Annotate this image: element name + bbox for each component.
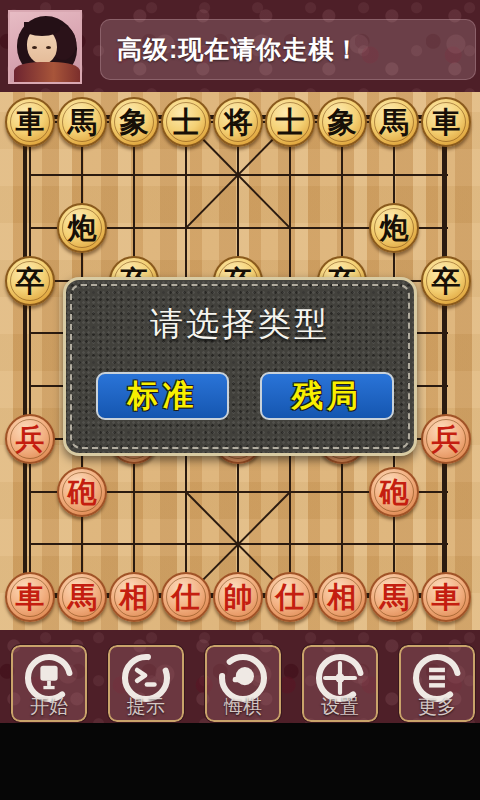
standard-mode-label: 标准 [128, 375, 198, 417]
hint-button[interactable]: 提示 [108, 645, 184, 722]
start-button[interactable]: 开始 [11, 645, 87, 722]
piece-black-horse[interactable]: 馬 [369, 97, 419, 147]
piece-red-general[interactable]: 帥 [213, 572, 263, 622]
settings-button[interactable]: 设置 [302, 645, 378, 722]
status-message: 高级:现在请你走棋！ [101, 33, 360, 66]
status-message-bubble: 高级:现在请你走棋！ [100, 19, 476, 80]
piece-red-advisor[interactable]: 仕 [265, 572, 315, 622]
avatar-eye [32, 46, 37, 49]
type-select-dialog: 请选择类型 标准 残局 [63, 277, 417, 456]
piece-black-cannon[interactable]: 炮 [369, 203, 419, 253]
piece-red-chariot[interactable]: 車 [5, 572, 55, 622]
undo-label: 悔棋 [207, 694, 279, 720]
piece-red-chariot[interactable]: 車 [421, 572, 471, 622]
avatar-clothing [14, 62, 80, 84]
endgame-mode-button[interactable]: 残局 [260, 372, 394, 420]
piece-red-cannon[interactable]: 砲 [369, 467, 419, 517]
piece-red-advisor[interactable]: 仕 [161, 572, 211, 622]
piece-black-elephant[interactable]: 象 [109, 97, 159, 147]
piece-black-general[interactable]: 将 [213, 97, 263, 147]
piece-black-horse[interactable]: 馬 [57, 97, 107, 147]
piece-black-advisor[interactable]: 士 [265, 97, 315, 147]
piece-black-advisor[interactable]: 士 [161, 97, 211, 147]
piece-black-soldier[interactable]: 卒 [5, 256, 55, 306]
undo-button[interactable]: 悔棋 [205, 645, 281, 722]
dialog-title: 请选择类型 [66, 302, 414, 347]
start-label: 开始 [13, 694, 85, 720]
piece-red-horse[interactable]: 馬 [57, 572, 107, 622]
more-label: 更多 [401, 694, 473, 720]
piece-red-soldier[interactable]: 兵 [5, 414, 55, 464]
hint-label: 提示 [110, 694, 182, 720]
file-line [445, 122, 447, 597]
piece-red-elephant[interactable]: 相 [317, 572, 367, 622]
avatar-eye [46, 46, 51, 49]
piece-black-soldier[interactable]: 卒 [421, 256, 471, 306]
piece-red-soldier[interactable]: 兵 [421, 414, 471, 464]
standard-mode-button[interactable]: 标准 [96, 372, 229, 420]
bottom-toolbar: 开始 提示 悔棋 设置 [0, 630, 480, 723]
file-line [29, 122, 31, 597]
more-button[interactable]: 更多 [399, 645, 475, 722]
piece-red-horse[interactable]: 馬 [369, 572, 419, 622]
piece-black-chariot[interactable]: 車 [5, 97, 55, 147]
avatar [8, 10, 82, 84]
piece-red-elephant[interactable]: 相 [109, 572, 159, 622]
app-screen: 高级:现在请你走棋！ 車馬象士将士象馬車炮炮卒卒卒卒卒兵兵兵兵兵砲砲車馬相仕帥仕… [0, 0, 480, 800]
piece-black-elephant[interactable]: 象 [317, 97, 367, 147]
bottom-black-area [0, 723, 480, 800]
endgame-mode-label: 残局 [292, 375, 362, 417]
header-bar: 高级:现在请你走棋！ [0, 0, 480, 92]
avatar-bangs [24, 22, 60, 36]
piece-black-cannon[interactable]: 炮 [57, 203, 107, 253]
settings-label: 设置 [304, 694, 376, 720]
piece-red-cannon[interactable]: 砲 [57, 467, 107, 517]
piece-black-chariot[interactable]: 車 [421, 97, 471, 147]
